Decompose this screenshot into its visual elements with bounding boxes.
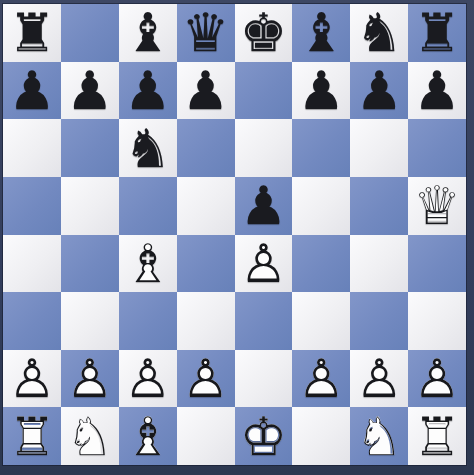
piece-white-queen-fill: ♛ xyxy=(408,177,466,235)
piece-white-pawn-fill: ♟ xyxy=(119,350,177,408)
piece-white-pawn: ♙ xyxy=(3,350,61,408)
square-g5[interactable] xyxy=(350,177,408,235)
square-f1[interactable] xyxy=(292,407,350,465)
square-b7[interactable]: ♟ xyxy=(61,62,119,120)
piece-black-rook: ♜ xyxy=(408,4,466,62)
square-g2[interactable]: ♟♙ xyxy=(350,350,408,408)
square-c6[interactable]: ♞ xyxy=(119,119,177,177)
square-c8[interactable]: ♝ xyxy=(119,4,177,62)
square-d1[interactable] xyxy=(177,407,235,465)
piece-white-king: ♔ xyxy=(235,407,293,465)
square-c1[interactable]: ♝♗ xyxy=(119,407,177,465)
square-g6[interactable] xyxy=(350,119,408,177)
square-d8[interactable]: ♛ xyxy=(177,4,235,62)
square-a8[interactable]: ♜ xyxy=(3,4,61,62)
square-c7[interactable]: ♟ xyxy=(119,62,177,120)
square-f8[interactable]: ♝ xyxy=(292,4,350,62)
piece-black-pawn: ♟ xyxy=(3,62,61,120)
square-e7[interactable] xyxy=(235,62,293,120)
square-a2[interactable]: ♟♙ xyxy=(3,350,61,408)
piece-white-pawn: ♙ xyxy=(119,350,177,408)
piece-black-pawn: ♟ xyxy=(119,62,177,120)
piece-white-pawn: ♙ xyxy=(350,350,408,408)
square-a4[interactable] xyxy=(3,235,61,293)
square-d3[interactable] xyxy=(177,292,235,350)
square-h8[interactable]: ♜ xyxy=(408,4,466,62)
piece-white-pawn: ♙ xyxy=(408,350,466,408)
piece-white-knight: ♘ xyxy=(350,407,408,465)
piece-white-knight: ♘ xyxy=(61,407,119,465)
piece-black-knight: ♞ xyxy=(350,4,408,62)
square-h4[interactable] xyxy=(408,235,466,293)
square-d2[interactable]: ♟♙ xyxy=(177,350,235,408)
piece-black-pawn: ♟ xyxy=(235,177,293,235)
piece-white-bishop: ♗ xyxy=(119,407,177,465)
piece-white-pawn-fill: ♟ xyxy=(3,350,61,408)
square-d4[interactable] xyxy=(177,235,235,293)
piece-white-bishop-fill: ♝ xyxy=(119,407,177,465)
square-e5[interactable]: ♟ xyxy=(235,177,293,235)
piece-white-pawn: ♙ xyxy=(235,235,293,293)
square-b3[interactable] xyxy=(61,292,119,350)
square-e8[interactable]: ♚ xyxy=(235,4,293,62)
piece-white-rook-fill: ♜ xyxy=(3,407,61,465)
square-g3[interactable] xyxy=(350,292,408,350)
piece-white-pawn-fill: ♟ xyxy=(235,235,293,293)
square-c4[interactable]: ♝♗ xyxy=(119,235,177,293)
piece-white-knight-fill: ♞ xyxy=(61,407,119,465)
piece-white-knight-fill: ♞ xyxy=(350,407,408,465)
square-h1[interactable]: ♜♖ xyxy=(408,407,466,465)
piece-black-rook: ♜ xyxy=(3,4,61,62)
square-e6[interactable] xyxy=(235,119,293,177)
chess-board: ♜♝♛♚♝♞♜♟♟♟♟♟♟♟♞♟♛♕♝♗♟♙♟♙♟♙♟♙♟♙♟♙♟♙♟♙♜♖♞♘… xyxy=(3,4,466,465)
square-g1[interactable]: ♞♘ xyxy=(350,407,408,465)
square-f7[interactable]: ♟ xyxy=(292,62,350,120)
square-b6[interactable] xyxy=(61,119,119,177)
piece-black-king: ♚ xyxy=(235,4,293,62)
piece-white-pawn-fill: ♟ xyxy=(61,350,119,408)
square-f3[interactable] xyxy=(292,292,350,350)
square-d6[interactable] xyxy=(177,119,235,177)
piece-white-rook: ♖ xyxy=(408,407,466,465)
piece-white-rook: ♖ xyxy=(3,407,61,465)
square-b1[interactable]: ♞♘ xyxy=(61,407,119,465)
square-f2[interactable]: ♟♙ xyxy=(292,350,350,408)
square-a1[interactable]: ♜♖ xyxy=(3,407,61,465)
piece-white-pawn: ♙ xyxy=(61,350,119,408)
piece-white-rook-fill: ♜ xyxy=(408,407,466,465)
square-g7[interactable]: ♟ xyxy=(350,62,408,120)
square-f5[interactable] xyxy=(292,177,350,235)
square-b8[interactable] xyxy=(61,4,119,62)
square-d5[interactable] xyxy=(177,177,235,235)
square-h3[interactable] xyxy=(408,292,466,350)
square-f6[interactable] xyxy=(292,119,350,177)
square-a5[interactable] xyxy=(3,177,61,235)
piece-black-pawn: ♟ xyxy=(408,62,466,120)
square-g8[interactable]: ♞ xyxy=(350,4,408,62)
square-g4[interactable] xyxy=(350,235,408,293)
square-b2[interactable]: ♟♙ xyxy=(61,350,119,408)
square-f4[interactable] xyxy=(292,235,350,293)
piece-white-pawn-fill: ♟ xyxy=(350,350,408,408)
square-b4[interactable] xyxy=(61,235,119,293)
piece-white-bishop: ♗ xyxy=(119,235,177,293)
square-e1[interactable]: ♚♔ xyxy=(235,407,293,465)
square-c5[interactable] xyxy=(119,177,177,235)
square-a3[interactable] xyxy=(3,292,61,350)
piece-white-pawn: ♙ xyxy=(292,350,350,408)
square-h6[interactable] xyxy=(408,119,466,177)
piece-white-pawn-fill: ♟ xyxy=(177,350,235,408)
piece-black-queen: ♛ xyxy=(177,4,235,62)
square-e2[interactable] xyxy=(235,350,293,408)
square-e3[interactable] xyxy=(235,292,293,350)
piece-black-bishop: ♝ xyxy=(292,4,350,62)
chess-board-frame: ♜♝♛♚♝♞♜♟♟♟♟♟♟♟♞♟♛♕♝♗♟♙♟♙♟♙♟♙♟♙♟♙♟♙♟♙♜♖♞♘… xyxy=(0,0,474,475)
square-a7[interactable]: ♟ xyxy=(3,62,61,120)
square-a6[interactable] xyxy=(3,119,61,177)
square-b5[interactable] xyxy=(61,177,119,235)
piece-black-pawn: ♟ xyxy=(350,62,408,120)
piece-white-pawn: ♙ xyxy=(177,350,235,408)
piece-white-queen: ♕ xyxy=(408,177,466,235)
piece-black-pawn: ♟ xyxy=(61,62,119,120)
piece-white-pawn-fill: ♟ xyxy=(408,350,466,408)
square-h2[interactable]: ♟♙ xyxy=(408,350,466,408)
piece-black-bishop: ♝ xyxy=(119,4,177,62)
square-c3[interactable] xyxy=(119,292,177,350)
piece-black-pawn: ♟ xyxy=(292,62,350,120)
piece-white-king-fill: ♚ xyxy=(235,407,293,465)
piece-white-pawn-fill: ♟ xyxy=(292,350,350,408)
piece-white-bishop-fill: ♝ xyxy=(119,235,177,293)
square-h7[interactable]: ♟ xyxy=(408,62,466,120)
piece-black-knight: ♞ xyxy=(119,119,177,177)
square-h5[interactable]: ♛♕ xyxy=(408,177,466,235)
square-c2[interactable]: ♟♙ xyxy=(119,350,177,408)
square-d7[interactable]: ♟ xyxy=(177,62,235,120)
square-e4[interactable]: ♟♙ xyxy=(235,235,293,293)
piece-black-pawn: ♟ xyxy=(177,62,235,120)
